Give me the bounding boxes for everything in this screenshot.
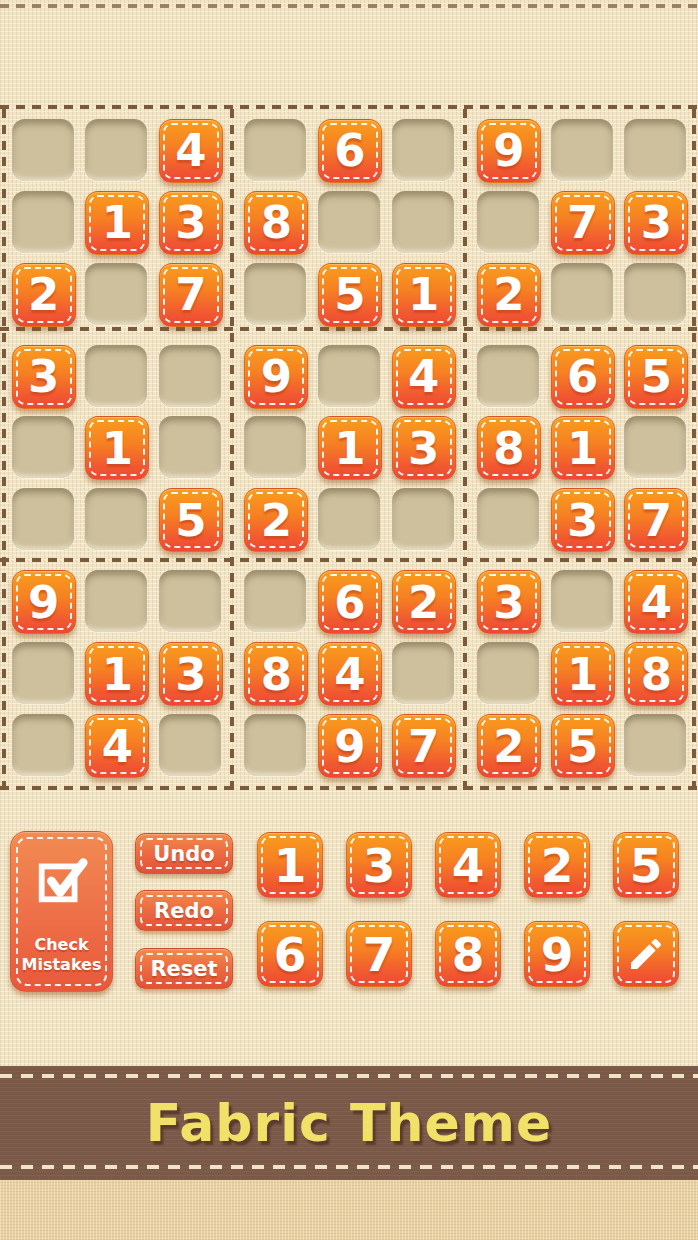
cell-r1c1[interactable] (12, 119, 74, 181)
key-label: 6 (274, 931, 307, 978)
cell-value: 8 (261, 652, 292, 697)
cell-value: 8 (641, 652, 672, 697)
cell-value: 4 (408, 354, 439, 399)
cell-r2c8[interactable]: 7 (551, 191, 615, 255)
cell-value: 6 (334, 128, 365, 173)
numpad: 134256789 (257, 832, 679, 987)
redo-button[interactable]: Redo (135, 890, 233, 931)
cell-r1c8[interactable] (551, 119, 613, 181)
cell-value: 1 (102, 200, 133, 245)
redo-label: Redo (154, 899, 214, 923)
cell-r9c7[interactable]: 2 (477, 714, 541, 778)
cell-value: 4 (102, 724, 133, 769)
cell-r6c9[interactable]: 7 (624, 488, 688, 552)
cell-r2c3[interactable]: 3 (159, 191, 223, 255)
cell-r5c8[interactable]: 1 (551, 416, 615, 480)
cell-r5c3[interactable] (159, 416, 221, 478)
cell-r1c5[interactable]: 6 (318, 119, 382, 183)
cell-r8c8[interactable]: 1 (551, 642, 615, 706)
cell-r1c2[interactable] (85, 119, 147, 181)
cell-r7c1[interactable]: 9 (12, 570, 76, 634)
cell-r7c3[interactable] (159, 570, 221, 632)
cell-value: 2 (493, 272, 524, 317)
cell-value: 8 (493, 426, 524, 471)
cell-r3c7[interactable]: 2 (477, 263, 541, 327)
key-label: 2 (541, 842, 574, 889)
cell-value: 3 (567, 498, 598, 543)
cell-r5c9[interactable] (624, 416, 686, 478)
undo-button[interactable]: Undo (135, 833, 233, 874)
undo-label: Undo (153, 842, 214, 866)
check-mistakes-icon (33, 850, 91, 911)
cell-r2c2[interactable]: 1 (85, 191, 149, 255)
cell-value: 3 (175, 652, 206, 697)
cell-value: 5 (334, 272, 365, 317)
cell-r1c4[interactable] (244, 119, 306, 181)
theme-title: Fabric Theme (0, 1066, 698, 1180)
cell-r3c5[interactable]: 5 (318, 263, 382, 327)
cell-r8c6[interactable] (392, 642, 454, 704)
cell-value: 1 (567, 652, 598, 697)
cell-value: 8 (261, 200, 292, 245)
check-mistakes-button[interactable]: Check Mistakes (10, 831, 113, 992)
cell-r9c4[interactable] (244, 714, 306, 776)
cell-value: 9 (334, 724, 365, 769)
cell-r3c3[interactable]: 7 (159, 263, 223, 327)
footer-fabric (0, 1180, 698, 1240)
numpad-key-9[interactable]: 9 (524, 921, 590, 987)
cell-r4c5[interactable] (318, 345, 380, 407)
cell-r5c1[interactable] (12, 416, 74, 478)
cell-r1c9[interactable] (624, 119, 686, 181)
cell-r4c7[interactable] (477, 345, 539, 407)
numpad-key-2[interactable]: 2 (524, 832, 590, 898)
cell-value: 7 (408, 724, 439, 769)
cell-r6c3[interactable]: 5 (159, 488, 223, 552)
cell-r6c8[interactable]: 3 (551, 488, 615, 552)
cell-r7c5[interactable]: 6 (318, 570, 382, 634)
cell-r5c4[interactable] (244, 416, 306, 478)
cell-r7c6[interactable]: 2 (392, 570, 456, 634)
numpad-key-1[interactable]: 1 (257, 832, 323, 898)
cell-value: 6 (567, 354, 598, 399)
cell-value: 9 (261, 354, 292, 399)
cell-r3c8[interactable] (551, 263, 613, 325)
cell-r7c4[interactable] (244, 570, 306, 632)
cell-value: 4 (175, 128, 206, 173)
numpad-key-7[interactable]: 7 (346, 921, 412, 987)
reset-button[interactable]: Reset (135, 948, 233, 989)
cell-value: 5 (567, 724, 598, 769)
cell-r6c6[interactable] (392, 488, 454, 550)
cell-r9c9[interactable] (624, 714, 686, 776)
cell-r8c4[interactable]: 8 (244, 642, 308, 706)
cell-r7c8[interactable] (551, 570, 613, 632)
cell-r3c6[interactable]: 1 (392, 263, 456, 327)
block-r2c2: 94132 (233, 335, 466, 561)
cell-r3c1[interactable]: 2 (12, 263, 76, 327)
cell-r9c5[interactable]: 9 (318, 714, 382, 778)
key-label: 5 (630, 842, 663, 889)
numpad-key-4[interactable]: 4 (435, 832, 501, 898)
cell-value: 1 (408, 272, 439, 317)
block-r3c1: 9134 (0, 560, 233, 786)
numpad-key-3[interactable]: 3 (346, 832, 412, 898)
cell-r9c8[interactable]: 5 (551, 714, 615, 778)
board-border-bottom (0, 786, 698, 790)
key-label: 1 (274, 842, 307, 889)
cell-value: 3 (493, 580, 524, 625)
cell-value: 7 (641, 498, 672, 543)
cell-value: 2 (28, 272, 59, 317)
cell-r5c6[interactable]: 3 (392, 416, 456, 480)
cell-r4c2[interactable] (85, 345, 147, 407)
cell-r5c7[interactable]: 8 (477, 416, 541, 480)
check-mistakes-label: Check Mistakes (22, 935, 102, 975)
cell-r2c6[interactable] (392, 191, 454, 253)
key-label: 9 (541, 931, 574, 978)
cell-r4c3[interactable] (159, 345, 221, 407)
cell-value: 3 (28, 354, 59, 399)
cell-value: 3 (408, 426, 439, 471)
cell-r2c9[interactable]: 3 (624, 191, 688, 255)
cell-r3c9[interactable] (624, 263, 686, 325)
key-label: 7 (363, 931, 396, 978)
cell-r2c4[interactable]: 8 (244, 191, 308, 255)
cell-value: 1 (334, 426, 365, 471)
cell-r4c8[interactable]: 6 (551, 345, 615, 409)
cell-value: 7 (567, 200, 598, 245)
cell-value: 7 (175, 272, 206, 317)
cell-r9c3[interactable] (159, 714, 221, 776)
key-label: 3 (363, 842, 396, 889)
cell-value: 2 (408, 580, 439, 625)
cell-r5c2[interactable]: 1 (85, 416, 149, 480)
cell-value: 9 (493, 128, 524, 173)
cell-value: 3 (175, 200, 206, 245)
cell-r7c7[interactable]: 3 (477, 570, 541, 634)
pencil-key[interactable] (613, 921, 679, 987)
block-r1c3: 9732 (465, 109, 698, 335)
app-screen: 4132768519732315941326581379134628497341… (0, 0, 698, 1240)
block-r2c3: 658137 (465, 335, 698, 561)
reset-label: Reset (150, 957, 217, 981)
key-label: 8 (452, 931, 485, 978)
cell-r3c4[interactable] (244, 263, 306, 325)
numpad-key-5[interactable]: 5 (613, 832, 679, 898)
cell-value: 2 (493, 724, 524, 769)
cell-r6c7[interactable] (477, 488, 539, 550)
cell-r8c7[interactable] (477, 642, 539, 704)
cell-r8c3[interactable]: 3 (159, 642, 223, 706)
pencil-icon (626, 934, 666, 974)
cell-r6c4[interactable]: 2 (244, 488, 308, 552)
block-r2c1: 315 (0, 335, 233, 561)
cell-value: 5 (175, 498, 206, 543)
cell-r4c9[interactable]: 5 (624, 345, 688, 409)
cell-value: 4 (334, 652, 365, 697)
cell-r1c6[interactable] (392, 119, 454, 181)
cell-r6c1[interactable] (12, 488, 74, 550)
cell-r7c9[interactable]: 4 (624, 570, 688, 634)
cell-r4c4[interactable]: 9 (244, 345, 308, 409)
cell-value: 1 (567, 426, 598, 471)
cell-r4c1[interactable]: 3 (12, 345, 76, 409)
cell-r4c6[interactable]: 4 (392, 345, 456, 409)
cell-r2c5[interactable] (318, 191, 380, 253)
cell-value: 3 (641, 200, 672, 245)
cell-r8c5[interactable]: 4 (318, 642, 382, 706)
cell-r1c3[interactable]: 4 (159, 119, 223, 183)
cell-r8c1[interactable] (12, 642, 74, 704)
cell-value: 1 (102, 426, 133, 471)
top-stitch-line (0, 4, 698, 8)
cell-r5c5[interactable]: 1 (318, 416, 382, 480)
cell-value: 5 (641, 354, 672, 399)
block-r3c3: 341825 (465, 560, 698, 786)
cell-r3c2[interactable] (85, 263, 147, 325)
numpad-key-6[interactable]: 6 (257, 921, 323, 987)
cell-r6c5[interactable] (318, 488, 380, 550)
cell-r6c2[interactable] (85, 488, 147, 550)
sudoku-board: 4132768519732315941326581379134628497341… (0, 105, 698, 790)
cell-r2c1[interactable] (12, 191, 74, 253)
theme-banner: Fabric Theme (0, 1066, 698, 1180)
block-r1c2: 6851 (233, 109, 466, 335)
cell-value: 4 (641, 580, 672, 625)
cell-r9c6[interactable]: 7 (392, 714, 456, 778)
cell-r9c1[interactable] (12, 714, 74, 776)
cell-value: 2 (261, 498, 292, 543)
numpad-key-8[interactable]: 8 (435, 921, 501, 987)
banner-stitch-bottom (0, 1165, 698, 1169)
cell-r8c2[interactable]: 1 (85, 642, 149, 706)
cell-r7c2[interactable] (85, 570, 147, 632)
block-r1c1: 41327 (0, 109, 233, 335)
cell-r2c7[interactable] (477, 191, 539, 253)
cell-value: 9 (28, 580, 59, 625)
block-r3c2: 628497 (233, 560, 466, 786)
cell-value: 1 (102, 652, 133, 697)
key-label: 4 (452, 842, 485, 889)
cell-r8c9[interactable]: 8 (624, 642, 688, 706)
cell-value: 6 (334, 580, 365, 625)
cell-r9c2[interactable]: 4 (85, 714, 149, 778)
cell-r1c7[interactable]: 9 (477, 119, 541, 183)
